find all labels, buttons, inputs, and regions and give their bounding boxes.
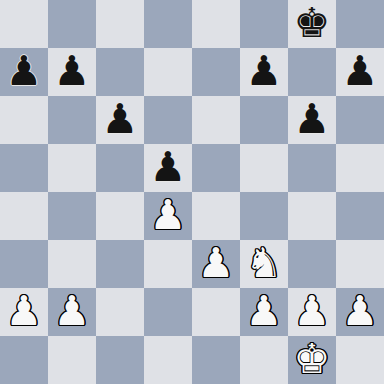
- square-b5[interactable]: [48, 144, 96, 192]
- black-pawn-f7[interactable]: ♟: [246, 47, 283, 95]
- square-f2[interactable]: ♟: [240, 288, 288, 336]
- square-f6[interactable]: [240, 96, 288, 144]
- square-a2[interactable]: ♟: [0, 288, 48, 336]
- square-g6[interactable]: ♟: [288, 96, 336, 144]
- square-e3[interactable]: ♟: [192, 240, 240, 288]
- square-a5[interactable]: [0, 144, 48, 192]
- square-f7[interactable]: ♟: [240, 48, 288, 96]
- square-f8[interactable]: [240, 0, 288, 48]
- square-d6[interactable]: [144, 96, 192, 144]
- square-d8[interactable]: [144, 0, 192, 48]
- white-pawn-g2[interactable]: ♟: [294, 287, 331, 335]
- square-a1[interactable]: [0, 336, 48, 384]
- square-f1[interactable]: [240, 336, 288, 384]
- square-a7[interactable]: ♟: [0, 48, 48, 96]
- white-pawn-f2[interactable]: ♟: [246, 287, 283, 335]
- black-pawn-h7[interactable]: ♟: [342, 47, 379, 95]
- square-d7[interactable]: [144, 48, 192, 96]
- square-h2[interactable]: ♟: [336, 288, 384, 336]
- square-h8[interactable]: [336, 0, 384, 48]
- square-c5[interactable]: [96, 144, 144, 192]
- square-f5[interactable]: [240, 144, 288, 192]
- square-c2[interactable]: [96, 288, 144, 336]
- black-pawn-c6[interactable]: ♟: [102, 95, 139, 143]
- square-f3[interactable]: ♞: [240, 240, 288, 288]
- square-c7[interactable]: [96, 48, 144, 96]
- square-h7[interactable]: ♟: [336, 48, 384, 96]
- square-d1[interactable]: [144, 336, 192, 384]
- square-a8[interactable]: [0, 0, 48, 48]
- square-e4[interactable]: [192, 192, 240, 240]
- square-g8[interactable]: ♚: [288, 0, 336, 48]
- square-b2[interactable]: ♟: [48, 288, 96, 336]
- square-b4[interactable]: [48, 192, 96, 240]
- square-c1[interactable]: [96, 336, 144, 384]
- black-king-g8[interactable]: ♚: [294, 0, 331, 47]
- square-c8[interactable]: [96, 0, 144, 48]
- black-pawn-b7[interactable]: ♟: [54, 47, 91, 95]
- square-b1[interactable]: [48, 336, 96, 384]
- square-b7[interactable]: ♟: [48, 48, 96, 96]
- square-e1[interactable]: [192, 336, 240, 384]
- square-g5[interactable]: [288, 144, 336, 192]
- square-e5[interactable]: [192, 144, 240, 192]
- square-d2[interactable]: [144, 288, 192, 336]
- square-b8[interactable]: [48, 0, 96, 48]
- square-g1[interactable]: ♚: [288, 336, 336, 384]
- square-e2[interactable]: [192, 288, 240, 336]
- white-knight-f3[interactable]: ♞: [246, 239, 283, 287]
- white-pawn-a2[interactable]: ♟: [6, 287, 43, 335]
- square-h6[interactable]: [336, 96, 384, 144]
- square-d4[interactable]: ♟: [144, 192, 192, 240]
- square-g3[interactable]: [288, 240, 336, 288]
- square-d5[interactable]: ♟: [144, 144, 192, 192]
- square-c4[interactable]: [96, 192, 144, 240]
- white-pawn-h2[interactable]: ♟: [342, 287, 379, 335]
- square-d3[interactable]: [144, 240, 192, 288]
- square-g4[interactable]: [288, 192, 336, 240]
- white-pawn-d4[interactable]: ♟: [150, 191, 187, 239]
- square-e7[interactable]: [192, 48, 240, 96]
- black-pawn-d5[interactable]: ♟: [150, 143, 187, 191]
- black-pawn-a7[interactable]: ♟: [6, 47, 43, 95]
- square-c6[interactable]: ♟: [96, 96, 144, 144]
- chess-board: ♚♟♟♟♟♟♟♟♟♟♞♟♟♟♟♟♚: [0, 0, 384, 384]
- square-b3[interactable]: [48, 240, 96, 288]
- square-g7[interactable]: [288, 48, 336, 96]
- white-king-g1[interactable]: ♚: [294, 335, 331, 383]
- square-a3[interactable]: [0, 240, 48, 288]
- square-a4[interactable]: [0, 192, 48, 240]
- square-h1[interactable]: [336, 336, 384, 384]
- square-g2[interactable]: ♟: [288, 288, 336, 336]
- square-e6[interactable]: [192, 96, 240, 144]
- square-a6[interactable]: [0, 96, 48, 144]
- square-e8[interactable]: [192, 0, 240, 48]
- square-b6[interactable]: [48, 96, 96, 144]
- square-h5[interactable]: [336, 144, 384, 192]
- white-pawn-e3[interactable]: ♟: [198, 239, 235, 287]
- square-f4[interactable]: [240, 192, 288, 240]
- square-c3[interactable]: [96, 240, 144, 288]
- square-h3[interactable]: [336, 240, 384, 288]
- black-pawn-g6[interactable]: ♟: [294, 95, 331, 143]
- square-h4[interactable]: [336, 192, 384, 240]
- white-pawn-b2[interactable]: ♟: [54, 287, 91, 335]
